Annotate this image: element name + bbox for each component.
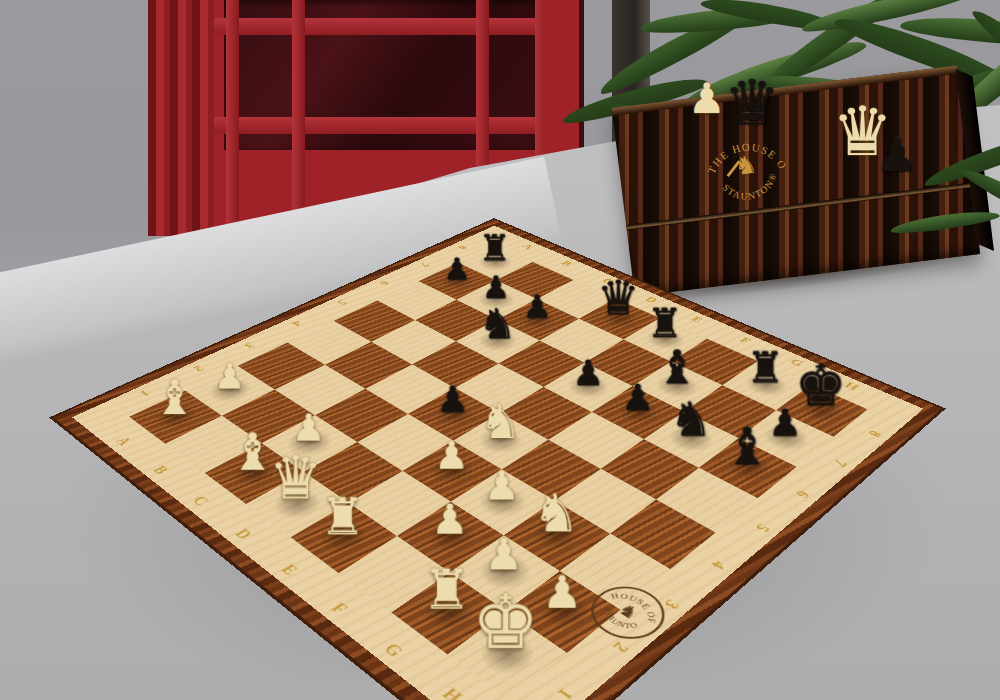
box-lid-piece-bP[interactable]: ♟ — [876, 132, 917, 178]
label-file-far-B: B — [558, 260, 575, 268]
square-h5[interactable] — [656, 468, 758, 533]
piece-glyph: ♞ — [510, 487, 602, 540]
label-file-near-C: C — [188, 494, 213, 509]
label-file-near-E: E — [277, 561, 303, 578]
label-rank-right-4: 4 — [707, 557, 731, 572]
cabinet-rail — [214, 18, 548, 35]
label-file-near-B: B — [149, 463, 173, 477]
square-h4[interactable] — [610, 499, 716, 569]
label-file-near-D: D — [231, 526, 257, 542]
label-rank-right-7: 7 — [829, 457, 851, 469]
box-lid-piece-bQ[interactable]: ♛ — [724, 72, 780, 134]
box-lid-piece-wP[interactable]: ♟ — [688, 78, 726, 120]
label-file-near-F: F — [327, 600, 353, 618]
label-rank-right-5: 5 — [750, 521, 773, 535]
piece-glyph: ♜ — [628, 303, 701, 343]
label-rank-right-1: 1 — [551, 685, 577, 700]
label-rank-left-4: 4 — [288, 319, 304, 328]
label-file-near-H: H — [437, 684, 467, 700]
label-rank-left-6: 6 — [376, 279, 392, 287]
cabinet-mullion — [226, 0, 239, 236]
label-file-near-G: G — [379, 640, 408, 661]
label-rank-left-3: 3 — [240, 341, 257, 350]
label-file-near-A: A — [112, 435, 135, 448]
square-h1[interactable]: ♚ — [447, 611, 567, 700]
piece-glyph: ♚ — [454, 584, 558, 659]
label-rank-right-8: 8 — [864, 428, 885, 439]
label-rank-right-6: 6 — [791, 488, 814, 501]
piece-glyph: ♝ — [704, 421, 789, 472]
label-rank-left-5: 5 — [333, 299, 349, 307]
piece-glyph: ♝ — [134, 373, 214, 421]
cabinet-mullion — [292, 0, 305, 236]
cabinet-rail — [214, 117, 548, 134]
chess-set-photo-scene: THE HOUSE OF STAUNTON® ♞ ♜♛♜♜♚♟♟♟♝♟♞♟♟♞♝… — [0, 0, 1000, 700]
cabinet-fluted-column — [148, 0, 214, 236]
piece-glyph: ♞ — [461, 303, 534, 345]
square-a1[interactable]: ♝ — [129, 390, 222, 443]
square-h6[interactable]: ♝ — [699, 438, 797, 498]
piece-glyph: ♜ — [297, 491, 389, 542]
